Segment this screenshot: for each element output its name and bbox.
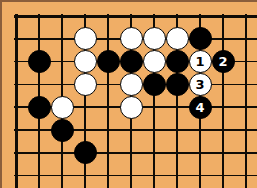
go-stone-black-move-2: 2 xyxy=(212,50,235,73)
go-stone-white xyxy=(74,50,97,73)
go-stone-white xyxy=(143,27,166,50)
go-stone-black-move-4: 4 xyxy=(189,96,212,119)
go-stone-white xyxy=(74,73,97,96)
go-stone-white xyxy=(74,27,97,50)
board-grid-hline xyxy=(14,152,257,154)
go-stone-black xyxy=(166,73,189,96)
board-grid-vline xyxy=(107,14,109,188)
board-grid-vline xyxy=(15,14,18,188)
go-stone-white xyxy=(143,50,166,73)
go-stone-black xyxy=(28,50,51,73)
go-stone-white xyxy=(120,27,143,50)
go-stone-black xyxy=(28,96,51,119)
go-stone-black xyxy=(189,27,212,50)
go-stone-black xyxy=(51,119,74,142)
go-board: 1234 xyxy=(0,0,257,188)
go-stone-black xyxy=(74,141,97,164)
board-grid-vline xyxy=(245,14,247,188)
go-stone-white xyxy=(120,96,143,119)
go-stone-black xyxy=(97,50,120,73)
go-stone-white-move-1: 1 xyxy=(189,50,212,73)
board-grid-hline xyxy=(14,175,257,177)
go-stone-white-move-3: 3 xyxy=(189,73,212,96)
go-stone-white xyxy=(166,27,189,50)
go-stone-white xyxy=(51,96,74,119)
go-stone-white xyxy=(120,73,143,96)
go-stone-black xyxy=(143,73,166,96)
go-stone-black xyxy=(120,50,143,73)
go-stone-black xyxy=(166,50,189,73)
board-grid-hline xyxy=(14,15,257,18)
board-grid-vline xyxy=(222,14,224,188)
